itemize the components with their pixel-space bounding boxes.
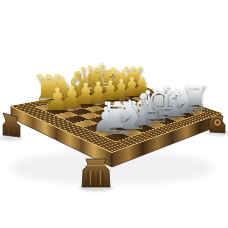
piece-silver-rook[interactable]: ♜ xyxy=(179,81,210,116)
chess-set-photo: ♜♞♝♛♚♝♞♜♟♟♟♟♟♟♟♟♟♟♟♟♟♟♟♟♜♞♝♛♚♝♞♜ xyxy=(0,0,228,228)
board-foot-right xyxy=(209,114,225,133)
board-foot-left xyxy=(3,113,20,137)
